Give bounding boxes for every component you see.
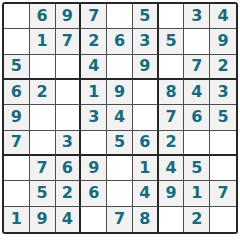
cell-r9c3[interactable]: 4: [56, 207, 82, 232]
cell-r1c4[interactable]: 7: [81, 4, 107, 29]
cell-r1c8[interactable]: 3: [184, 4, 210, 29]
cell-r7c4[interactable]: 9: [81, 156, 107, 181]
cell-r7c6[interactable]: 1: [133, 156, 159, 181]
cell-r2c5[interactable]: 6: [107, 29, 133, 54]
cell-r7c9[interactable]: [210, 156, 236, 181]
cell-r8c1[interactable]: [4, 181, 30, 206]
cell-r6c7[interactable]: 2: [159, 131, 185, 156]
cell-r2c2[interactable]: 1: [30, 29, 56, 54]
cell-r5c3[interactable]: [56, 105, 82, 130]
cell-r8c7[interactable]: 9: [159, 181, 185, 206]
cell-r1c5[interactable]: [107, 4, 133, 29]
cell-r2c6[interactable]: 3: [133, 29, 159, 54]
cell-r4c2[interactable]: 2: [30, 80, 56, 105]
cell-r7c7[interactable]: 4: [159, 156, 185, 181]
cell-r3c8[interactable]: 7: [184, 55, 210, 80]
cell-r6c4[interactable]: [81, 131, 107, 156]
cell-r4c6[interactable]: [133, 80, 159, 105]
cell-r4c7[interactable]: 8: [159, 80, 185, 105]
cell-r3c5[interactable]: [107, 55, 133, 80]
cell-r6c3[interactable]: 3: [56, 131, 82, 156]
cell-r9c8[interactable]: 2: [184, 207, 210, 232]
cell-r3c4[interactable]: 4: [81, 55, 107, 80]
cell-r2c3[interactable]: 7: [56, 29, 82, 54]
cell-r5c1[interactable]: 9: [4, 105, 30, 130]
cell-r5c4[interactable]: 3: [81, 105, 107, 130]
cell-r8c6[interactable]: 4: [133, 181, 159, 206]
cell-r6c5[interactable]: 5: [107, 131, 133, 156]
cell-r1c1[interactable]: [4, 4, 30, 29]
cell-r5c9[interactable]: 5: [210, 105, 236, 130]
cell-r6c8[interactable]: [184, 131, 210, 156]
cell-r2c1[interactable]: [4, 29, 30, 54]
cell-r1c7[interactable]: [159, 4, 185, 29]
cell-r1c9[interactable]: 4: [210, 4, 236, 29]
cell-r9c2[interactable]: 9: [30, 207, 56, 232]
cell-r7c2[interactable]: 7: [30, 156, 56, 181]
cell-r6c9[interactable]: [210, 131, 236, 156]
cell-r5c7[interactable]: 7: [159, 105, 185, 130]
cell-r5c5[interactable]: 4: [107, 105, 133, 130]
cell-r3c3[interactable]: [56, 55, 82, 80]
cell-r7c1[interactable]: [4, 156, 30, 181]
cell-r9c4[interactable]: [81, 207, 107, 232]
cell-r7c3[interactable]: 6: [56, 156, 82, 181]
sudoku-board: 6975341726359549726219843934765735627691…: [2, 2, 238, 234]
cell-r2c9[interactable]: 9: [210, 29, 236, 54]
cell-r2c8[interactable]: [184, 29, 210, 54]
cell-r8c5[interactable]: [107, 181, 133, 206]
cell-r7c8[interactable]: 5: [184, 156, 210, 181]
cell-r3c6[interactable]: 9: [133, 55, 159, 80]
cell-r1c2[interactable]: 6: [30, 4, 56, 29]
cell-r4c1[interactable]: 6: [4, 80, 30, 105]
cell-r9c9[interactable]: [210, 207, 236, 232]
cell-r3c2[interactable]: [30, 55, 56, 80]
cell-r8c8[interactable]: 1: [184, 181, 210, 206]
cell-r2c7[interactable]: 5: [159, 29, 185, 54]
cell-r8c2[interactable]: 5: [30, 181, 56, 206]
cell-r6c6[interactable]: 6: [133, 131, 159, 156]
cell-r1c3[interactable]: 9: [56, 4, 82, 29]
sudoku-app: 6975341726359549726219843934765735627691…: [0, 0, 240, 240]
cell-r6c2[interactable]: [30, 131, 56, 156]
cell-r2c4[interactable]: 2: [81, 29, 107, 54]
cell-r4c5[interactable]: 9: [107, 80, 133, 105]
cell-r5c8[interactable]: 6: [184, 105, 210, 130]
cell-r9c1[interactable]: 1: [4, 207, 30, 232]
cell-r8c4[interactable]: 6: [81, 181, 107, 206]
cell-r4c9[interactable]: 3: [210, 80, 236, 105]
cell-r4c4[interactable]: 1: [81, 80, 107, 105]
cell-r3c9[interactable]: 2: [210, 55, 236, 80]
cell-r5c2[interactable]: [30, 105, 56, 130]
cell-r9c7[interactable]: [159, 207, 185, 232]
cell-r8c9[interactable]: 7: [210, 181, 236, 206]
cell-r4c3[interactable]: [56, 80, 82, 105]
cell-r4c8[interactable]: 4: [184, 80, 210, 105]
cell-r3c7[interactable]: [159, 55, 185, 80]
cell-r1c6[interactable]: 5: [133, 4, 159, 29]
cell-r5c6[interactable]: [133, 105, 159, 130]
cell-r9c6[interactable]: 8: [133, 207, 159, 232]
cell-r6c1[interactable]: 7: [4, 131, 30, 156]
cell-r3c1[interactable]: 5: [4, 55, 30, 80]
cell-r7c5[interactable]: [107, 156, 133, 181]
cell-r8c3[interactable]: 2: [56, 181, 82, 206]
cell-r9c5[interactable]: 7: [107, 207, 133, 232]
